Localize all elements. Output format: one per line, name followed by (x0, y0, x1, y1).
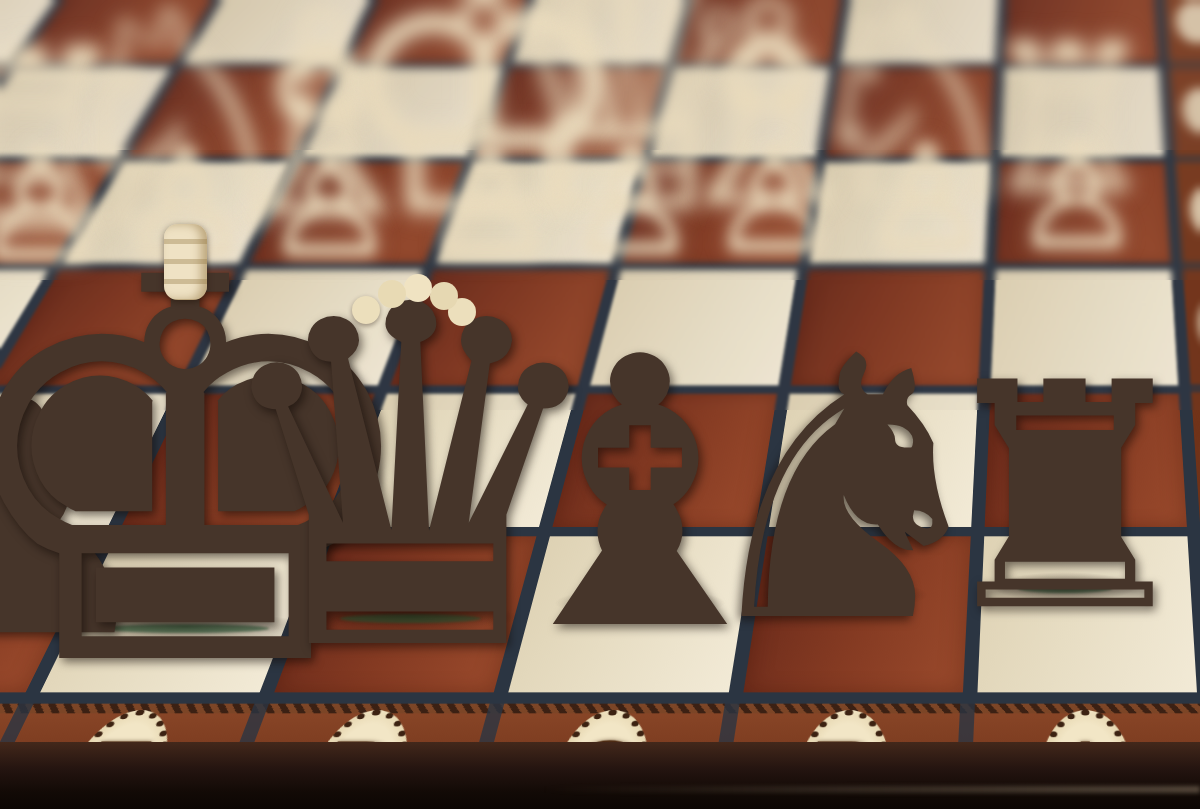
piece-white-pawn-b2[interactable]: ♙ (853, 125, 999, 271)
queen-cream-coronet (352, 296, 380, 324)
piece-white-pawn-a2[interactable]: ♙ (1005, 125, 1149, 269)
piece-black-rook-a8[interactable]: ♜ (909, 342, 1200, 654)
chess-photo-scene: EDCBA ♖♘♗♔♕♗♘♖♙♙♙♙♙♙♙♙♟♚♛♝♞♜ (0, 0, 1200, 809)
king-cream-finial (164, 224, 207, 300)
table-edge-highlight (540, 786, 1200, 793)
piece-white-pawn-c2[interactable]: ♙ (700, 126, 848, 274)
table-edge (0, 742, 1200, 809)
